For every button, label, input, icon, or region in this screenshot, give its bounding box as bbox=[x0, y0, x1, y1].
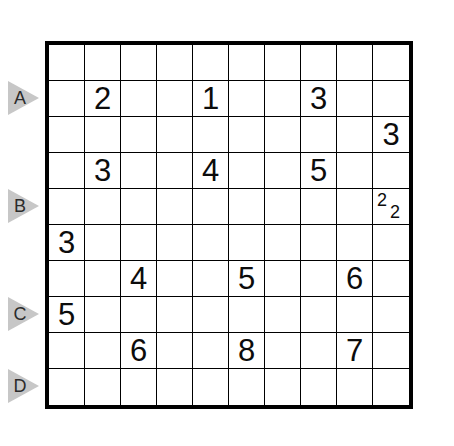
cell: 4 bbox=[121, 261, 157, 297]
cell[interactable] bbox=[193, 189, 229, 225]
cell[interactable] bbox=[337, 153, 373, 189]
cell[interactable] bbox=[265, 225, 301, 261]
clue-number: 1 bbox=[193, 81, 228, 116]
cell[interactable] bbox=[337, 369, 373, 405]
clue-number: 8 bbox=[229, 333, 264, 368]
cell: 5 bbox=[49, 297, 85, 333]
cell[interactable] bbox=[301, 261, 337, 297]
clue-number: 4 bbox=[193, 153, 228, 188]
clue-number: 5 bbox=[49, 297, 84, 332]
cell[interactable] bbox=[85, 225, 121, 261]
cell[interactable] bbox=[193, 261, 229, 297]
clue-number: 3 bbox=[373, 117, 409, 152]
cell[interactable] bbox=[121, 45, 157, 81]
clue-number: 5 bbox=[301, 153, 336, 188]
cell[interactable] bbox=[265, 81, 301, 117]
cell[interactable] bbox=[337, 297, 373, 333]
cell[interactable] bbox=[85, 333, 121, 369]
cell: 6 bbox=[337, 261, 373, 297]
cell[interactable] bbox=[337, 81, 373, 117]
cell[interactable] bbox=[157, 297, 193, 333]
cell: 3 bbox=[373, 117, 409, 153]
cell[interactable] bbox=[121, 369, 157, 405]
cell[interactable] bbox=[265, 45, 301, 81]
cell[interactable] bbox=[229, 117, 265, 153]
cell[interactable] bbox=[301, 297, 337, 333]
cell[interactable] bbox=[121, 117, 157, 153]
cell[interactable] bbox=[157, 117, 193, 153]
cell[interactable] bbox=[229, 297, 265, 333]
cell: 6 bbox=[121, 333, 157, 369]
cell: 7 bbox=[337, 333, 373, 369]
cell[interactable] bbox=[229, 45, 265, 81]
cell: 1 bbox=[193, 81, 229, 117]
clue-number: 6 bbox=[337, 261, 372, 296]
clue-number-small: 2 bbox=[377, 191, 387, 209]
cell[interactable] bbox=[121, 153, 157, 189]
cell[interactable] bbox=[373, 153, 409, 189]
cell[interactable] bbox=[265, 297, 301, 333]
cell: 4 bbox=[193, 153, 229, 189]
row-marker-label: A bbox=[10, 81, 30, 115]
cell[interactable] bbox=[337, 225, 373, 261]
cell[interactable] bbox=[301, 189, 337, 225]
cell[interactable] bbox=[373, 297, 409, 333]
clue-number-small: 2 bbox=[390, 203, 400, 221]
cell[interactable] bbox=[85, 45, 121, 81]
cell[interactable] bbox=[373, 261, 409, 297]
cell: 5 bbox=[229, 261, 265, 297]
cell[interactable] bbox=[301, 45, 337, 81]
puzzle-page: 21333452234565687 ABCD bbox=[0, 0, 454, 446]
cell[interactable] bbox=[49, 81, 85, 117]
cell[interactable] bbox=[193, 225, 229, 261]
cell: 5 bbox=[301, 153, 337, 189]
cell[interactable] bbox=[85, 117, 121, 153]
cell[interactable] bbox=[85, 369, 121, 405]
cell[interactable] bbox=[85, 297, 121, 333]
cell[interactable] bbox=[301, 333, 337, 369]
row-marker-label: D bbox=[10, 369, 30, 403]
clue-number: 3 bbox=[85, 153, 120, 188]
cell[interactable] bbox=[157, 153, 193, 189]
cell[interactable] bbox=[157, 261, 193, 297]
clue-number: 7 bbox=[337, 333, 372, 368]
cell[interactable] bbox=[85, 261, 121, 297]
cell[interactable] bbox=[157, 225, 193, 261]
cell[interactable] bbox=[157, 81, 193, 117]
cell[interactable] bbox=[49, 153, 85, 189]
cell[interactable] bbox=[121, 81, 157, 117]
cell[interactable] bbox=[193, 333, 229, 369]
cell[interactable] bbox=[49, 189, 85, 225]
cell[interactable] bbox=[265, 369, 301, 405]
cell[interactable] bbox=[193, 117, 229, 153]
cell[interactable] bbox=[265, 189, 301, 225]
row-marker-label: B bbox=[10, 189, 30, 223]
cell[interactable] bbox=[229, 225, 265, 261]
cell[interactable] bbox=[373, 225, 409, 261]
cell[interactable] bbox=[157, 369, 193, 405]
cell[interactable] bbox=[301, 225, 337, 261]
cell: 2 bbox=[85, 81, 121, 117]
cell[interactable] bbox=[121, 189, 157, 225]
cell[interactable] bbox=[229, 153, 265, 189]
cell[interactable] bbox=[301, 369, 337, 405]
puzzle-grid: 21333452234565687 bbox=[45, 41, 413, 409]
cell[interactable] bbox=[373, 333, 409, 369]
clue-number: 5 bbox=[229, 261, 264, 296]
cell[interactable] bbox=[49, 369, 85, 405]
cell[interactable] bbox=[121, 225, 157, 261]
row-marker-d: D bbox=[8, 369, 39, 403]
cell[interactable] bbox=[157, 45, 193, 81]
cell[interactable] bbox=[121, 297, 157, 333]
row-marker-b: B bbox=[8, 189, 39, 223]
cell[interactable] bbox=[229, 81, 265, 117]
cell: 22 bbox=[373, 189, 409, 225]
row-marker-label: C bbox=[10, 297, 30, 331]
cell[interactable] bbox=[337, 45, 373, 81]
clue-number: 4 bbox=[121, 261, 156, 296]
cell: 3 bbox=[85, 153, 121, 189]
cell[interactable] bbox=[265, 117, 301, 153]
cell[interactable] bbox=[301, 117, 337, 153]
cell[interactable] bbox=[49, 117, 85, 153]
cell[interactable] bbox=[49, 261, 85, 297]
row-marker-a: A bbox=[8, 81, 39, 115]
cell[interactable] bbox=[265, 333, 301, 369]
cell[interactable] bbox=[337, 117, 373, 153]
cell: 3 bbox=[301, 81, 337, 117]
cell[interactable] bbox=[49, 45, 85, 81]
row-marker-c: C bbox=[8, 297, 39, 331]
clue-number: 2 bbox=[85, 81, 120, 116]
cell[interactable] bbox=[373, 81, 409, 117]
cell[interactable] bbox=[265, 261, 301, 297]
cell[interactable] bbox=[193, 297, 229, 333]
cell[interactable] bbox=[229, 369, 265, 405]
cell[interactable] bbox=[193, 45, 229, 81]
cell[interactable] bbox=[265, 153, 301, 189]
cell[interactable] bbox=[157, 189, 193, 225]
cell[interactable] bbox=[229, 189, 265, 225]
clue-number: 3 bbox=[301, 81, 336, 116]
cell[interactable] bbox=[337, 189, 373, 225]
cell: 3 bbox=[49, 225, 85, 261]
cell[interactable] bbox=[157, 333, 193, 369]
cell[interactable] bbox=[49, 333, 85, 369]
cell[interactable] bbox=[85, 189, 121, 225]
cell[interactable] bbox=[373, 369, 409, 405]
clue-number: 6 bbox=[121, 333, 156, 368]
cell[interactable] bbox=[373, 45, 409, 81]
cell[interactable] bbox=[193, 369, 229, 405]
cell: 8 bbox=[229, 333, 265, 369]
clue-number: 3 bbox=[49, 225, 84, 260]
